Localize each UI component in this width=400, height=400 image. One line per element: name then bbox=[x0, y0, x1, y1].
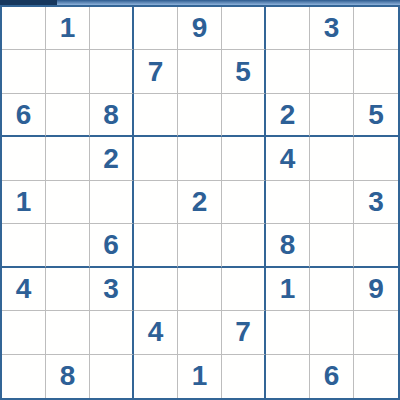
cell-r4c2[interactable] bbox=[46, 137, 90, 180]
cell-r5c1[interactable]: 1 bbox=[2, 181, 46, 224]
cell-r8c5[interactable] bbox=[178, 311, 222, 354]
cell-r4c4[interactable] bbox=[134, 137, 178, 180]
cell-r7c8[interactable] bbox=[310, 268, 354, 311]
cell-r6c5[interactable] bbox=[178, 224, 222, 267]
cell-r2c7[interactable] bbox=[266, 50, 310, 93]
cell-r3c9[interactable]: 5 bbox=[354, 94, 398, 137]
cell-r5c8[interactable] bbox=[310, 181, 354, 224]
cell-r6c1[interactable] bbox=[2, 224, 46, 267]
cell-r9c2[interactable]: 8 bbox=[46, 355, 90, 398]
cell-r6c7[interactable]: 8 bbox=[266, 224, 310, 267]
cell-r9c3[interactable] bbox=[90, 355, 134, 398]
cell-r4c6[interactable] bbox=[222, 137, 266, 180]
cell-r2c3[interactable] bbox=[90, 50, 134, 93]
cell-r8c1[interactable] bbox=[2, 311, 46, 354]
cell-r5c5[interactable]: 2 bbox=[178, 181, 222, 224]
cell-r6c4[interactable] bbox=[134, 224, 178, 267]
cell-r3c5[interactable] bbox=[178, 94, 222, 137]
cell-r1c3[interactable] bbox=[90, 7, 134, 50]
cell-r9c4[interactable] bbox=[134, 355, 178, 398]
cell-r1c5[interactable]: 9 bbox=[178, 7, 222, 50]
cell-r1c8[interactable]: 3 bbox=[310, 7, 354, 50]
cell-r3c7[interactable]: 2 bbox=[266, 94, 310, 137]
cell-r1c7[interactable] bbox=[266, 7, 310, 50]
cell-r3c1[interactable]: 6 bbox=[2, 94, 46, 137]
cell-r6c2[interactable] bbox=[46, 224, 90, 267]
cell-r7c1[interactable]: 4 bbox=[2, 268, 46, 311]
cell-r4c8[interactable] bbox=[310, 137, 354, 180]
cell-r9c6[interactable] bbox=[222, 355, 266, 398]
cell-r8c8[interactable] bbox=[310, 311, 354, 354]
cell-r1c1[interactable] bbox=[2, 7, 46, 50]
cell-r3c8[interactable] bbox=[310, 94, 354, 137]
cell-r6c3[interactable]: 6 bbox=[90, 224, 134, 267]
cell-r3c3[interactable]: 8 bbox=[90, 94, 134, 137]
cell-r4c9[interactable] bbox=[354, 137, 398, 180]
cell-r8c2[interactable] bbox=[46, 311, 90, 354]
cell-r9c5[interactable]: 1 bbox=[178, 355, 222, 398]
cell-r5c4[interactable] bbox=[134, 181, 178, 224]
cell-r6c8[interactable] bbox=[310, 224, 354, 267]
cell-r3c4[interactable] bbox=[134, 94, 178, 137]
cell-r3c6[interactable] bbox=[222, 94, 266, 137]
cell-r2c4[interactable]: 7 bbox=[134, 50, 178, 93]
cell-r1c2[interactable]: 1 bbox=[46, 7, 90, 50]
cell-r8c3[interactable] bbox=[90, 311, 134, 354]
cell-r1c4[interactable] bbox=[134, 7, 178, 50]
cell-r6c6[interactable] bbox=[222, 224, 266, 267]
cell-r7c4[interactable] bbox=[134, 268, 178, 311]
cell-r5c6[interactable] bbox=[222, 181, 266, 224]
cell-r4c7[interactable]: 4 bbox=[266, 137, 310, 180]
cell-r2c6[interactable]: 5 bbox=[222, 50, 266, 93]
cell-r7c2[interactable] bbox=[46, 268, 90, 311]
cell-r5c9[interactable]: 3 bbox=[354, 181, 398, 224]
cell-r4c3[interactable]: 2 bbox=[90, 137, 134, 180]
cell-r1c6[interactable] bbox=[222, 7, 266, 50]
cell-r3c2[interactable] bbox=[46, 94, 90, 137]
cell-r2c2[interactable] bbox=[46, 50, 90, 93]
cell-r8c7[interactable] bbox=[266, 311, 310, 354]
cell-r7c6[interactable] bbox=[222, 268, 266, 311]
cell-r5c2[interactable] bbox=[46, 181, 90, 224]
cell-r8c4[interactable]: 4 bbox=[134, 311, 178, 354]
cell-r2c1[interactable] bbox=[2, 50, 46, 93]
cell-r7c5[interactable] bbox=[178, 268, 222, 311]
cell-r9c1[interactable] bbox=[2, 355, 46, 398]
cell-r2c9[interactable] bbox=[354, 50, 398, 93]
cell-r2c5[interactable] bbox=[178, 50, 222, 93]
cell-r9c8[interactable]: 6 bbox=[310, 355, 354, 398]
cell-r9c7[interactable] bbox=[266, 355, 310, 398]
sudoku-board: 1937568252412368431947816 bbox=[0, 5, 400, 400]
cell-r4c1[interactable] bbox=[2, 137, 46, 180]
cell-r7c3[interactable]: 3 bbox=[90, 268, 134, 311]
cell-r8c6[interactable]: 7 bbox=[222, 311, 266, 354]
cell-r9c9[interactable] bbox=[354, 355, 398, 398]
cell-r1c9[interactable] bbox=[354, 7, 398, 50]
cell-r4c5[interactable] bbox=[178, 137, 222, 180]
cell-r6c9[interactable] bbox=[354, 224, 398, 267]
cell-r5c7[interactable] bbox=[266, 181, 310, 224]
cell-r5c3[interactable] bbox=[90, 181, 134, 224]
cell-r7c9[interactable]: 9 bbox=[354, 268, 398, 311]
cell-r2c8[interactable] bbox=[310, 50, 354, 93]
cell-r7c7[interactable]: 1 bbox=[266, 268, 310, 311]
cell-r8c9[interactable] bbox=[354, 311, 398, 354]
